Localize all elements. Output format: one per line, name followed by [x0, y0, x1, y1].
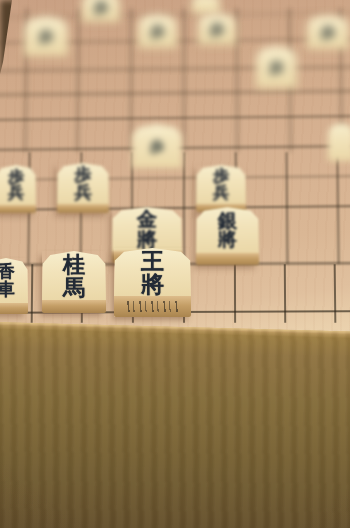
illegible-kanji: 歩: [270, 60, 284, 74]
illegible-kanji: 歩: [210, 22, 224, 36]
piece-pawn-left-side-edge: [0, 205, 36, 213]
piece-knight-kanji: 馬: [63, 276, 85, 298]
blurred-piece-face: 歩: [307, 15, 349, 49]
piece-pawn-left: 歩兵: [0, 165, 36, 213]
blurred-piece-face: 歩: [256, 46, 297, 88]
far-piece-9: [328, 123, 350, 161]
blurred-piece-face: 歩: [198, 13, 236, 45]
piece-king-side-edge: [114, 296, 191, 317]
blurred-piece-face: 歩: [132, 124, 182, 168]
grid-horizontal-line: [0, 90, 350, 96]
piece-knight-side-edge: [42, 300, 106, 313]
piece-silver-side-edge: [196, 253, 259, 265]
grid-horizontal-line: [0, 175, 350, 181]
far-piece-5: 歩: [198, 13, 236, 45]
blurred-piece-face: 歩: [138, 14, 177, 48]
blurred-piece-face: 歩: [24, 16, 68, 56]
grid-vertical-line: [77, 8, 80, 152]
illegible-kanji: 歩: [94, 0, 108, 14]
background-table-sliver: [0, 0, 18, 78]
piece-pawn-mid-kanji: 歩: [75, 166, 92, 183]
piece-king-face: 王將: [114, 248, 191, 296]
far-piece-2: 歩: [82, 0, 120, 22]
piece-knight: 桂馬: [42, 251, 106, 313]
piece-pawn-left-kanji: 兵: [8, 185, 24, 201]
illegible-kanji: 歩: [150, 139, 164, 153]
grid-vertical-line: [284, 264, 286, 323]
piece-lance-side-edge: [0, 303, 28, 314]
piece-pawn-left-face: 歩兵: [0, 165, 36, 205]
piece-king-kanji: 王: [141, 249, 164, 272]
blurred-piece-face: [328, 123, 350, 161]
illegible-kanji: 歩: [321, 25, 335, 39]
shogi-board-photo: 歩歩歩歩歩歩歩歩兵歩兵歩兵金將銀將香車桂馬王將: [0, 0, 350, 528]
front-edge-woodgrain: [0, 322, 350, 528]
grid-horizontal-line: [0, 115, 350, 121]
grid-vertical-line: [336, 152, 339, 264]
piece-lance-kanji: 香: [0, 263, 15, 280]
piece-pawn-right: 歩兵: [196, 165, 246, 212]
piece-knight-face: 桂馬: [42, 251, 106, 300]
far-piece-6: 歩: [307, 15, 349, 49]
maker-signature-calligraphy: [125, 301, 180, 313]
grid-vertical-line: [30, 264, 33, 323]
grid-vertical-line: [234, 264, 236, 323]
far-piece-1: 歩: [24, 16, 68, 56]
piece-silver-kanji: 將: [218, 230, 237, 249]
far-piece-7: 歩: [256, 46, 297, 88]
piece-lance-face: 香車: [0, 258, 28, 303]
piece-pawn-mid: 歩兵: [57, 163, 109, 213]
piece-knight-kanji: 桂: [63, 253, 85, 275]
illegible-kanji: 歩: [151, 24, 165, 38]
board-front-edge: [0, 322, 350, 528]
piece-pawn-mid-kanji: 兵: [75, 184, 92, 201]
grid-vertical-line: [286, 152, 289, 264]
piece-silver-face: 銀將: [196, 207, 259, 253]
blurred-piece-face: [192, 0, 220, 14]
piece-gold-face: 金將: [112, 207, 182, 251]
far-piece-8: 歩: [132, 124, 182, 168]
piece-king: 王將: [114, 248, 191, 317]
piece-pawn-mid-face: 歩兵: [57, 163, 109, 204]
piece-king-kanji: 將: [141, 272, 164, 295]
piece-gold-kanji: 將: [137, 229, 157, 249]
grid-horizontal-line: [0, 66, 350, 72]
illegible-kanji: 歩: [39, 29, 53, 43]
piece-gold-kanji: 金: [137, 209, 157, 229]
piece-pawn-right-kanji: 兵: [213, 185, 229, 201]
piece-lance-kanji: 車: [0, 281, 15, 298]
far-piece-3: 歩: [138, 14, 177, 48]
piece-lance: 香車: [0, 258, 28, 314]
blurred-piece-face: 歩: [82, 0, 120, 22]
piece-pawn-right-face: 歩兵: [196, 165, 246, 204]
piece-pawn-mid-side-edge: [57, 204, 109, 213]
far-piece-4: [192, 0, 220, 14]
grid-vertical-line: [334, 264, 337, 323]
piece-silver: 銀將: [196, 207, 259, 265]
grid-vertical-line: [183, 8, 185, 152]
